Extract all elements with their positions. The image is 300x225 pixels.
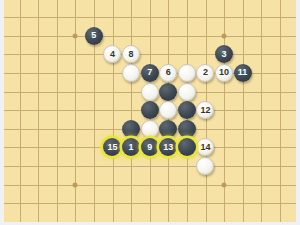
black-stone-move-11: 11	[234, 64, 252, 82]
black-stone	[178, 120, 196, 138]
white-stone-move-8: 8	[122, 45, 140, 63]
winning-black-stone-move-9: 9	[141, 138, 159, 156]
white-stone	[178, 83, 196, 101]
winning-black-stone-move-1: 1	[122, 138, 140, 156]
black-stone	[159, 120, 177, 138]
black-stone-move-3: 3	[215, 45, 233, 63]
white-stone-move-4: 4	[103, 45, 121, 63]
white-stone	[178, 64, 196, 82]
white-stone	[141, 83, 159, 101]
black-stone-move-7: 7	[141, 64, 159, 82]
white-stone-move-14: 14	[196, 138, 214, 156]
white-stone-move-10: 10	[215, 64, 233, 82]
white-stone	[196, 157, 214, 175]
gomoku-board[interactable]: 548376210111215191314	[4, 0, 296, 222]
winning-black-stone	[178, 138, 196, 156]
black-stone	[159, 83, 177, 101]
black-stone-move-5: 5	[85, 27, 103, 45]
white-stone	[122, 64, 140, 82]
black-stone	[122, 120, 140, 138]
white-stone	[159, 101, 177, 119]
black-stone	[141, 101, 159, 119]
white-stone	[141, 120, 159, 138]
white-stone-move-2: 2	[196, 64, 214, 82]
white-stone-move-6: 6	[159, 64, 177, 82]
winning-black-stone-move-13: 13	[159, 138, 177, 156]
black-stone	[178, 101, 196, 119]
winning-black-stone-move-15: 15	[103, 138, 121, 156]
board-grid[interactable]: 548376210111215191314	[10, 0, 289, 222]
white-stone-move-12: 12	[196, 101, 214, 119]
